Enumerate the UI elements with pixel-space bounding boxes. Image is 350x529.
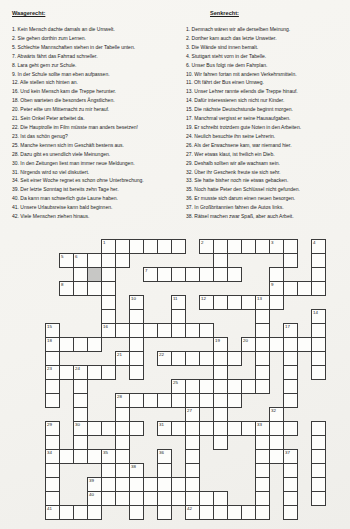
across-header: Waagerecht:	[12, 8, 180, 18]
grid-cell-shaded	[87, 267, 102, 282]
clue-number: 37	[285, 450, 290, 455]
grid-cell[interactable]	[213, 435, 228, 450]
grid-cell[interactable]	[157, 323, 172, 338]
grid-cell[interactable]	[101, 421, 116, 436]
grid-cell[interactable]: 35	[101, 449, 116, 464]
grid-cell[interactable]	[199, 505, 214, 520]
grid-cell[interactable]	[199, 491, 214, 506]
grid-cell[interactable]	[171, 491, 186, 506]
grid-cell[interactable]	[227, 239, 242, 254]
grid-cell[interactable]	[73, 267, 88, 282]
grid-cell[interactable]	[101, 309, 116, 324]
grid-cell[interactable]: 31	[157, 421, 172, 436]
grid-cell[interactable]	[115, 253, 130, 268]
grid-cell[interactable]	[171, 239, 186, 254]
clue-item: 26. Als der Erwachsene kam, war niemand …	[186, 141, 346, 150]
grid-cell[interactable]: 1	[101, 239, 116, 254]
clue-item: 11. Oft fährt der Bus einen Umweg.	[186, 78, 346, 87]
grid-cell[interactable]	[283, 253, 298, 268]
grid-cell[interactable]	[115, 323, 130, 338]
grid-cell[interactable]	[297, 281, 312, 296]
grid-cell[interactable]: 14	[311, 309, 326, 324]
down-clue-list: 1. Demnach wären wir alle derselben Mein…	[186, 25, 346, 221]
grid-cell[interactable]: 22	[157, 351, 172, 366]
clue-number: 25	[173, 380, 178, 385]
grid-cell[interactable]	[283, 477, 298, 492]
crossword-worksheet-page: Waagerecht: 1. Kein Mensch dachte damals…	[0, 0, 350, 529]
grid-cell[interactable]	[255, 323, 270, 338]
grid-cell[interactable]	[185, 435, 200, 450]
grid-cell[interactable]	[171, 351, 186, 366]
grid-cell[interactable]	[157, 393, 172, 408]
grid-cell[interactable]	[143, 477, 158, 492]
grid-cell[interactable]	[283, 421, 298, 436]
grid-cell[interactable]: 39	[87, 477, 102, 492]
clue-item: 33. Sie hatte bisher noch nie etwas geba…	[186, 176, 346, 185]
grid-cell[interactable]	[185, 449, 200, 464]
clue-item: 27. Wer etwas klaut, ist freilich ein Di…	[186, 150, 346, 159]
clue-number: 9	[271, 282, 273, 287]
clue-number: 11	[173, 296, 178, 301]
clue-item: 32. Über ihr Geschenk freute sie sich se…	[186, 168, 346, 177]
grid-cell[interactable]: 36	[157, 449, 172, 464]
clue-number: 13	[257, 296, 262, 301]
clue-item: 19. Er schreibt trotzdem gute Noten in d…	[186, 123, 346, 132]
grid-cell[interactable]	[255, 463, 270, 478]
grid-cell[interactable]	[213, 267, 228, 282]
grid-cell[interactable]	[311, 463, 326, 478]
grid-cell[interactable]: 27	[185, 407, 200, 422]
clue-number: 10	[131, 296, 136, 301]
grid-cell[interactable]	[255, 309, 270, 324]
grid-cell[interactable]	[297, 337, 312, 352]
grid-cell[interactable]: 13	[255, 295, 270, 310]
clue-item: 21. Sein Onkel Peter arbeitet da.	[12, 114, 180, 123]
grid-cell[interactable]: 5	[59, 253, 74, 268]
clue-number: 3	[271, 240, 273, 245]
grid-cell[interactable]	[227, 393, 242, 408]
grid-cell[interactable]	[129, 365, 144, 380]
grid-cell[interactable]	[129, 477, 144, 492]
grid-cell[interactable]	[73, 505, 88, 520]
grid-cell[interactable]	[157, 267, 172, 282]
grid-cell[interactable]	[255, 337, 270, 352]
grid-cell[interactable]	[73, 393, 88, 408]
grid-cell[interactable]	[129, 421, 144, 436]
clue-number: 20	[243, 338, 248, 343]
clue-item: 29. Deshalb sollten wir alle wachsam sei…	[186, 159, 346, 168]
grid-cell[interactable]	[283, 337, 298, 352]
grid-cell[interactable]	[129, 239, 144, 254]
clue-number: 32	[271, 408, 276, 413]
grid-cell[interactable]	[283, 491, 298, 506]
grid-cell[interactable]	[185, 477, 200, 492]
grid-cell[interactable]	[185, 351, 200, 366]
grid-cell[interactable]: 21	[115, 351, 130, 366]
clue-number: 1	[103, 240, 105, 245]
grid-cell[interactable]	[87, 421, 102, 436]
grid-cell[interactable]	[101, 253, 116, 268]
clue-item: 28. Dazu gibt es unendlich viele Meinung…	[12, 150, 180, 159]
clue-item: 35. Noch hatte Peter den Schlüssel nicht…	[186, 185, 346, 194]
clue-number: 16	[103, 324, 108, 329]
clue-number: 15	[47, 324, 52, 329]
grid-cell[interactable]	[59, 505, 74, 520]
grid-cell[interactable]	[213, 239, 228, 254]
grid-cell[interactable]	[45, 477, 60, 492]
grid-cell[interactable]	[213, 365, 228, 380]
grid-cell[interactable]	[73, 379, 88, 394]
clue-number: 18	[47, 338, 52, 343]
clue-item: 16. Und kein Mensch kam die Treppe herun…	[12, 87, 180, 96]
grid-cell[interactable]	[185, 421, 200, 436]
grid-cell[interactable]	[227, 351, 242, 366]
grid-cell[interactable]	[311, 449, 326, 464]
clue-item: 13. Unser Lehrer rannte eilends die Trep…	[186, 87, 346, 96]
grid-cell[interactable]	[283, 239, 298, 254]
grid-cell[interactable]	[115, 477, 130, 492]
grid-cell[interactable]	[269, 421, 284, 436]
clue-number: 36	[159, 450, 164, 455]
clue-number: 27	[187, 408, 192, 413]
grid-cell[interactable]: 23	[45, 365, 60, 380]
grid-cell[interactable]	[199, 351, 214, 366]
grid-cell[interactable]	[213, 393, 228, 408]
grid-cell[interactable]: 7	[143, 267, 158, 282]
grid-cell[interactable]	[311, 435, 326, 450]
grid-cell[interactable]	[171, 267, 186, 282]
grid-cell[interactable]	[143, 393, 158, 408]
grid-cell[interactable]: 16	[101, 323, 116, 338]
grid-cell[interactable]	[101, 281, 116, 296]
grid-cell[interactable]	[129, 309, 144, 324]
clue-number: 14	[313, 310, 318, 315]
grid-cell[interactable]	[185, 393, 200, 408]
clue-item: 20. Peter eilte um Mitternacht zu mir he…	[12, 105, 180, 114]
clue-number: 7	[145, 268, 147, 273]
grid-cell[interactable]	[311, 491, 326, 506]
grid-cell[interactable]: 9	[269, 281, 284, 296]
grid-cell[interactable]	[157, 491, 172, 506]
grid-cell[interactable]	[101, 267, 116, 282]
grid-cell[interactable]	[143, 323, 158, 338]
clue-item: 5. Schlechte Mannschaften stehen in der …	[12, 43, 180, 52]
clue-item: 37. In Großbritannien fahren die Autos l…	[186, 203, 346, 212]
grid-cell[interactable]	[59, 337, 74, 352]
grid-cell[interactable]	[101, 477, 116, 492]
clue-number: 28	[117, 394, 122, 399]
grid-cell[interactable]	[115, 449, 130, 464]
grid-cell[interactable]	[101, 491, 116, 506]
grid-cell[interactable]	[227, 379, 242, 394]
clue-item: 14. Dafür interessieren sich nicht nur K…	[186, 96, 346, 105]
grid-cell[interactable]	[255, 435, 270, 450]
grid-cell[interactable]	[171, 393, 186, 408]
grid-cell[interactable]	[199, 421, 214, 436]
clue-item: 30. In den Zeitungen liest man immer neu…	[12, 159, 180, 168]
grid-cell[interactable]: 40	[87, 491, 102, 506]
grid-cell[interactable]	[283, 281, 298, 296]
grid-cell[interactable]: 28	[115, 393, 130, 408]
grid-cell[interactable]	[59, 449, 74, 464]
clue-item: 42. Viele Menschen ziehen hinaus.	[12, 212, 180, 221]
grid-cell[interactable]	[45, 351, 60, 366]
grid-cell[interactable]	[115, 491, 130, 506]
clue-item: 4. Stuttgart steht vorn in der Tabelle.	[186, 52, 346, 61]
grid-cell[interactable]	[255, 365, 270, 380]
grid-cell[interactable]	[199, 393, 214, 408]
grid-cell[interactable]: 20	[241, 337, 256, 352]
across-clue-list: 1. Kein Mensch dachte damals an die Umwe…	[12, 25, 180, 221]
clue-number: 31	[159, 422, 164, 427]
clue-number: 23	[47, 366, 52, 371]
grid-cell[interactable]	[269, 337, 284, 352]
clue-number: 17	[285, 324, 290, 329]
clue-item: 38. Rätsel machen zwar Spaß, aber auch A…	[186, 212, 346, 221]
clue-item: 1. Demnach wären wir alle derselben Mein…	[186, 25, 346, 34]
clue-item: 10. Wir fahren fortan mit anderen Verkeh…	[186, 70, 346, 79]
grid-cell[interactable]: 3	[269, 239, 284, 254]
clue-number: 22	[159, 352, 164, 357]
grid-cell[interactable]	[185, 491, 200, 506]
grid-cell[interactable]	[255, 449, 270, 464]
clue-item: 17. Manchmal vergisst er seine Hausaufga…	[186, 114, 346, 123]
grid-cell[interactable]	[171, 323, 186, 338]
grid-cell[interactable]	[255, 491, 270, 506]
grid-cell[interactable]	[283, 463, 298, 478]
clue-item: 1. Kein Mensch dachte damals an die Umwe…	[12, 25, 180, 34]
grid-cell[interactable]	[115, 421, 130, 436]
grid-cell[interactable]	[129, 505, 144, 520]
clue-number: 39	[89, 478, 94, 483]
clue-item: 39. Der letzte Sonntag ist bereits zehn …	[12, 185, 180, 194]
clue-number: 33	[257, 422, 262, 427]
grid-cell[interactable]	[171, 309, 186, 324]
grid-cell[interactable]: 6	[73, 253, 88, 268]
clue-item: 15. Die nächste Deutschstunde beginnt mo…	[186, 105, 346, 114]
clue-number: 34	[47, 450, 52, 455]
clue-item: 7. Abwärts fährt das Fahrrad schneller.	[12, 52, 180, 61]
grid-cell[interactable]: 15	[45, 323, 60, 338]
grid-cell[interactable]	[129, 323, 144, 338]
grid-cell[interactable]	[311, 477, 326, 492]
grid-cell[interactable]	[101, 295, 116, 310]
grid-cell[interactable]	[73, 407, 88, 422]
grid-cell[interactable]: 24	[73, 365, 88, 380]
clue-number: 6	[75, 254, 77, 259]
grid-cell[interactable]	[115, 435, 130, 450]
grid-cell[interactable]	[213, 351, 228, 366]
clue-number: 12	[201, 296, 206, 301]
grid-cell[interactable]	[143, 491, 158, 506]
grid-cell[interactable]	[311, 337, 326, 352]
grid-cell[interactable]	[213, 505, 228, 520]
grid-cell[interactable]: 4	[311, 239, 326, 254]
grid-cell[interactable]	[311, 351, 326, 366]
clue-number: 19	[215, 338, 220, 343]
grid-cell[interactable]	[311, 253, 326, 268]
grid-cell[interactable]	[213, 407, 228, 422]
grid-cell[interactable]	[227, 267, 242, 282]
down-header: Senkrecht:	[210, 8, 346, 18]
grid-cell[interactable]	[199, 267, 214, 282]
grid-cell[interactable]	[283, 365, 298, 380]
grid-cell[interactable]	[213, 491, 228, 506]
grid-cell[interactable]	[255, 505, 270, 520]
grid-cell[interactable]: 18	[45, 337, 60, 352]
clue-item: 12. Alle stellen sich hinten an.	[12, 78, 180, 87]
grid-cell[interactable]	[87, 337, 102, 352]
clue-item: 31. Nirgends wird so viel diskutiert.	[12, 168, 180, 177]
grid-cell[interactable]	[227, 295, 242, 310]
grid-cell[interactable]	[115, 239, 130, 254]
grid-cell[interactable]	[185, 323, 200, 338]
grid-cell[interactable]	[129, 393, 144, 408]
clue-item: 18. Oben warteten die besonders Ängstlic…	[12, 96, 180, 105]
grid-cell[interactable]	[241, 421, 256, 436]
grid-cell[interactable]	[157, 239, 172, 254]
grid-cell[interactable]	[73, 435, 88, 450]
grid-cell[interactable]	[283, 393, 298, 408]
clue-item: 24. Neulich besuchte ihn seine Lehrerin.	[186, 132, 346, 141]
clue-number: 24	[75, 366, 80, 371]
grid-cell[interactable]	[45, 379, 60, 394]
grid-cell[interactable]: 33	[255, 421, 270, 436]
grid-cell[interactable]	[255, 351, 270, 366]
grid-cell[interactable]	[185, 463, 200, 478]
grid-cell[interactable]	[73, 337, 88, 352]
grid-cell[interactable]	[59, 365, 74, 380]
clue-number: 5	[61, 254, 63, 259]
grid-cell[interactable]	[115, 463, 130, 478]
grid-cell[interactable]	[157, 505, 172, 520]
clue-number: 38	[131, 464, 136, 469]
grid-cell[interactable]	[311, 365, 326, 380]
grid-cell[interactable]	[241, 239, 256, 254]
grid-cell[interactable]	[87, 365, 102, 380]
grid-cell[interactable]: 8	[59, 281, 74, 296]
grid-cell[interactable]: 19	[213, 337, 228, 352]
grid-cell[interactable]	[87, 253, 102, 268]
grid-cell[interactable]	[73, 281, 88, 296]
grid-cell[interactable]	[45, 393, 60, 408]
grid-cell[interactable]	[283, 379, 298, 394]
clue-number: 35	[103, 450, 108, 455]
grid-cell[interactable]	[213, 421, 228, 436]
grid-cell[interactable]: 38	[129, 463, 144, 478]
grid-cell[interactable]: 34	[45, 449, 60, 464]
grid-cell[interactable]	[199, 323, 214, 338]
grid-cell[interactable]	[283, 351, 298, 366]
grid-cell[interactable]	[241, 505, 256, 520]
grid-cell[interactable]	[87, 505, 102, 520]
clue-item: 8. Lara geht gern zur Schule.	[12, 61, 180, 70]
grid-cell[interactable]	[311, 323, 326, 338]
grid-cell[interactable]: 2	[199, 239, 214, 254]
grid-cell[interactable]	[311, 421, 326, 436]
grid-cell[interactable]	[213, 295, 228, 310]
grid-cell[interactable]	[157, 477, 172, 492]
clue-item: 2. Dorther kam auch das letzte Unwetter.	[186, 34, 346, 43]
clue-number: 4	[313, 240, 315, 245]
grid-cell[interactable]	[45, 491, 60, 506]
grid-cell[interactable]	[73, 449, 88, 464]
grid-cell[interactable]	[101, 365, 116, 380]
clue-number: 21	[117, 352, 122, 357]
grid-cell[interactable]	[129, 351, 144, 366]
grid-cell[interactable]	[87, 281, 102, 296]
clue-number: 8	[61, 282, 63, 287]
grid-cell[interactable]: 29	[45, 421, 60, 436]
grid-cell[interactable]	[227, 505, 242, 520]
grid-cell[interactable]: 25	[171, 379, 186, 394]
grid-cell[interactable]	[143, 239, 158, 254]
grid-cell[interactable]	[129, 337, 144, 352]
clue-item: 6. Unser Bus folgt nie dem Fahrplan.	[186, 61, 346, 70]
grid-cell[interactable]: 32	[269, 407, 284, 422]
grid-cell[interactable]: 30	[73, 421, 88, 436]
clue-number: 42	[187, 506, 192, 511]
grid-cell[interactable]	[45, 435, 60, 450]
grid-cell[interactable]	[227, 421, 242, 436]
grid-cell[interactable]	[45, 463, 60, 478]
clue-item: 25. Manche kennen sich im Geschäft beste…	[12, 141, 180, 150]
grid-cell[interactable]	[185, 379, 200, 394]
grid-cell[interactable]	[269, 435, 284, 450]
clue-item: 34. Seit einer Woche regnet es schon ohn…	[12, 176, 180, 185]
grid-cell[interactable]	[241, 295, 256, 310]
across-clues-section: Waagerecht: 1. Kein Mensch dachte damals…	[12, 8, 180, 221]
grid-cell[interactable]	[213, 379, 228, 394]
clue-number: 40	[89, 492, 94, 497]
grid-cell[interactable]	[87, 449, 102, 464]
grid-cell[interactable]	[213, 253, 228, 268]
grid-cell[interactable]	[255, 239, 270, 254]
clue-item: 9. In der Schule sollte man eben aufpass…	[12, 70, 180, 79]
grid-cell[interactable]	[129, 491, 144, 506]
grid-cell[interactable]	[269, 449, 284, 464]
grid-cell[interactable]	[255, 379, 270, 394]
grid-cell[interactable]: 12	[199, 295, 214, 310]
grid-cell[interactable]: 42	[185, 505, 200, 520]
grid-cell[interactable]	[171, 477, 186, 492]
down-clues-section: Senkrecht: 1. Demnach wären wir alle der…	[186, 8, 346, 221]
grid-cell[interactable]	[255, 477, 270, 492]
grid-cell[interactable]	[115, 407, 130, 422]
grid-cell[interactable]: 17	[283, 323, 298, 338]
clue-item: 41. Unsere Urlaubsreise kann bald beginn…	[12, 203, 180, 212]
grid-cell[interactable]: 37	[283, 449, 298, 464]
grid-cell[interactable]	[283, 505, 298, 520]
clue-item: 36. Er musste sich darum einen neuen bes…	[186, 194, 346, 203]
grid-cell[interactable]	[171, 421, 186, 436]
grid-cell[interactable]	[157, 463, 172, 478]
grid-cell[interactable]	[241, 379, 256, 394]
grid-cell[interactable]	[101, 463, 116, 478]
clue-number: 2	[201, 240, 203, 245]
grid-cell[interactable]	[185, 267, 200, 282]
grid-cell[interactable]: 41	[45, 505, 60, 520]
grid-cell[interactable]	[311, 281, 326, 296]
grid-cell[interactable]	[269, 295, 284, 310]
grid-cell[interactable]	[311, 267, 326, 282]
grid-cell[interactable]: 10	[129, 295, 144, 310]
grid-cell[interactable]	[269, 267, 284, 282]
crossword-grid: 1234567891011121314151617181920212223242…	[45, 239, 327, 521]
clue-item: 22. Die Hauptrolle im Film müsste man an…	[12, 123, 180, 132]
grid-cell[interactable]: 11	[171, 295, 186, 310]
grid-cell[interactable]	[199, 379, 214, 394]
